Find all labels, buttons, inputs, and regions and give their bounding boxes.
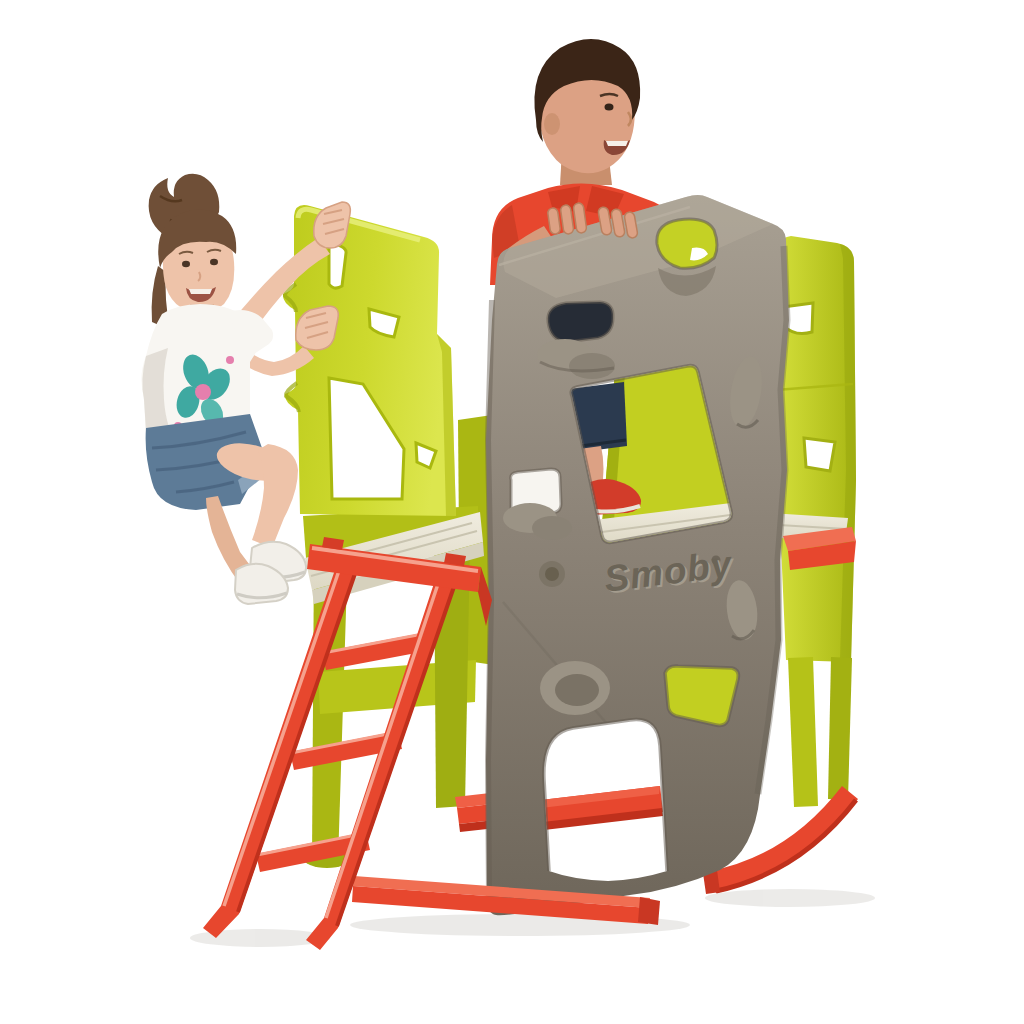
girl-teeth	[189, 289, 212, 294]
right-wall-leg	[828, 657, 852, 800]
screw-detail-inner	[545, 567, 559, 581]
floor-bar-end-cap	[638, 897, 660, 925]
scene-svg: Smoby Smoby	[0, 0, 1024, 1024]
right-wall-leg	[788, 657, 818, 807]
climbing-grip	[569, 353, 615, 379]
climbing-grip	[532, 516, 572, 540]
boy-ear	[544, 113, 560, 135]
right-wall-hole	[804, 438, 835, 471]
flower-dot	[226, 356, 234, 364]
product-photo-stage: Smoby Smoby	[0, 0, 1024, 1024]
floor-shadow	[705, 889, 875, 907]
front-climbing-wall: Smoby Smoby	[486, 195, 789, 915]
left-wall-hole	[329, 243, 346, 288]
hole-green	[657, 219, 717, 296]
boy-teeth	[606, 141, 628, 146]
girl-eye	[182, 261, 190, 267]
climbing-grip-inner	[555, 674, 599, 706]
arch-opening	[540, 720, 667, 881]
triangle-hole	[665, 666, 738, 726]
flower-center	[195, 384, 211, 400]
girl-eye	[210, 259, 218, 265]
boy-eye	[605, 104, 614, 111]
